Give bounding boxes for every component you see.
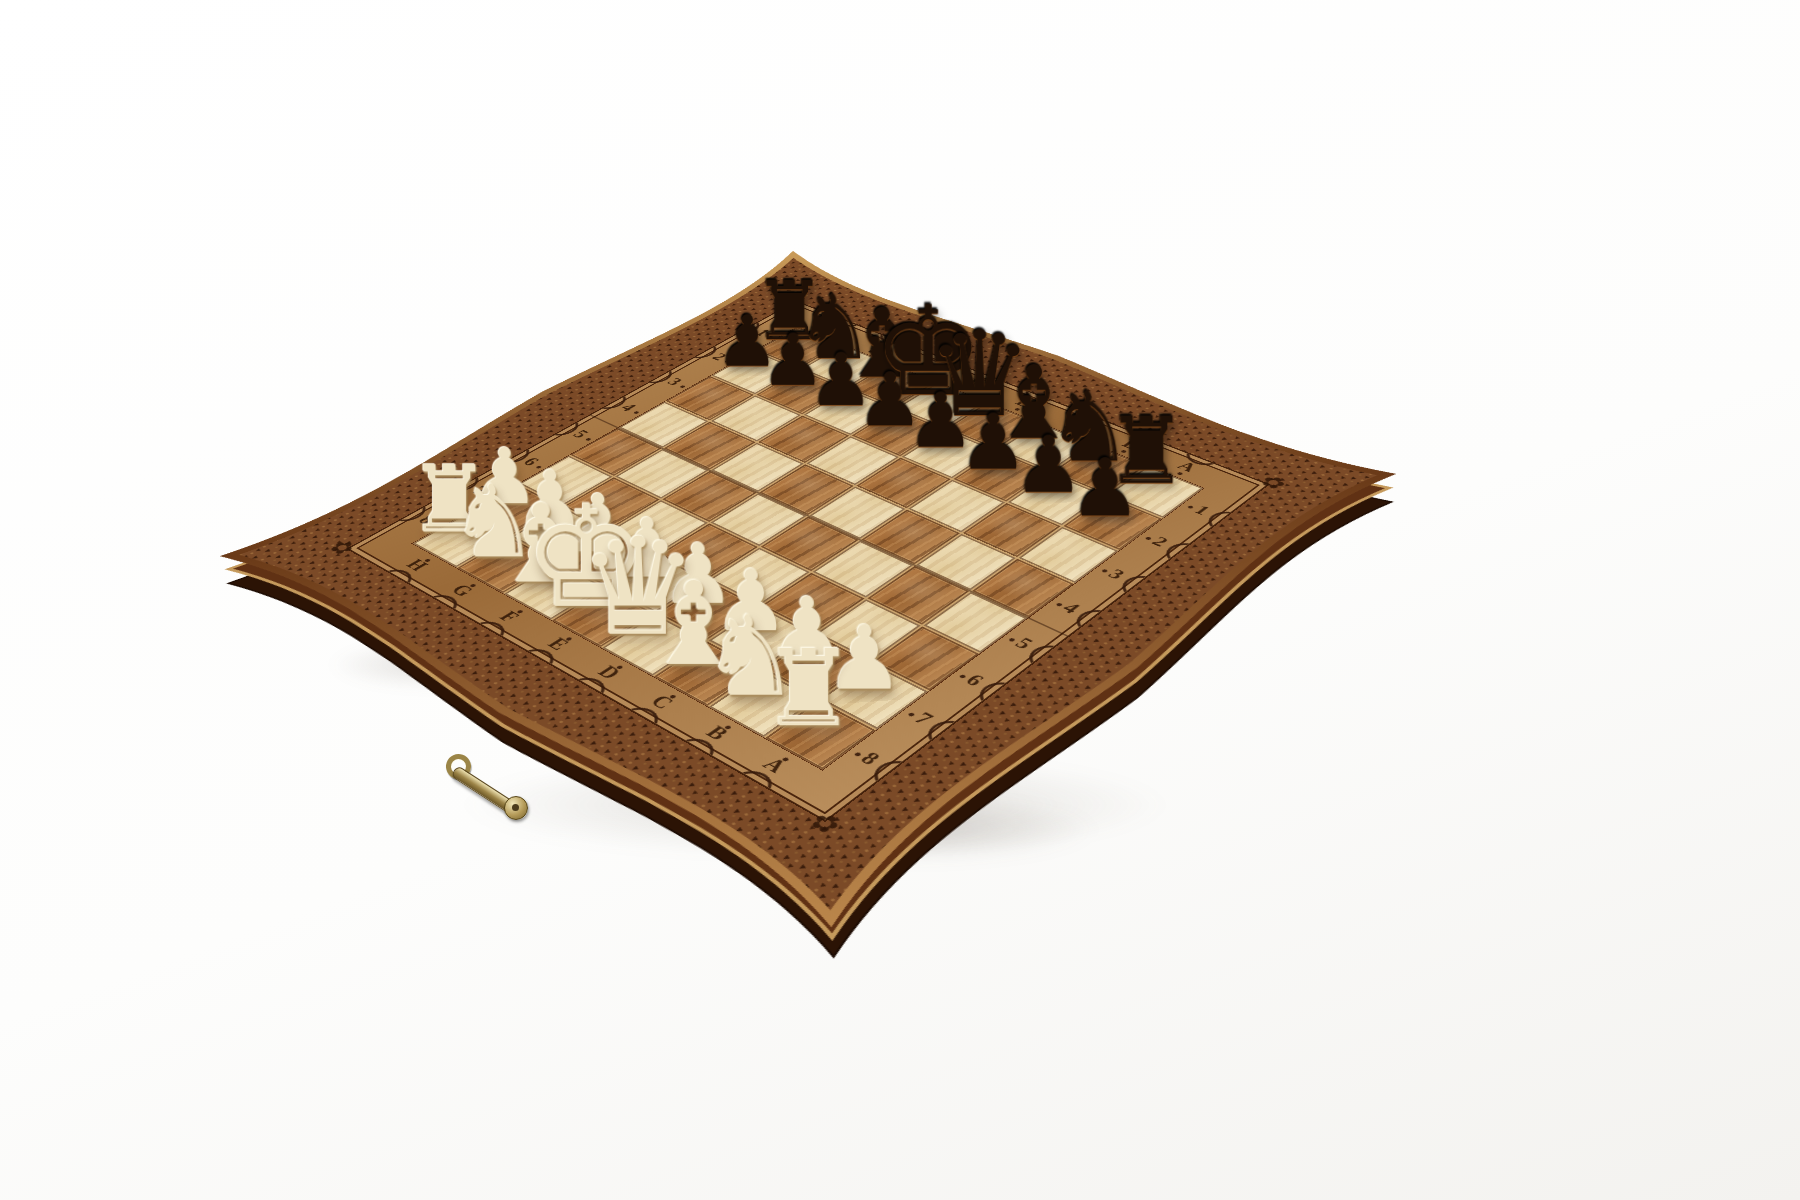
black-pawn-a2[interactable]: ♟ — [1069, 448, 1141, 528]
chess-case: HHGGFFEEDDCCBBAA1122334455667788✿✿✿✿ ♜♞♝… — [131, 219, 1485, 1011]
white-rook-a8[interactable]: ♜ — [761, 636, 856, 742]
product-photo-scene: HHGGFFEEDDCCBBAA1122334455667788✿✿✿✿ ♜♞♝… — [0, 0, 1800, 1200]
brass-latch — [438, 744, 558, 844]
latch-knob — [504, 796, 528, 820]
